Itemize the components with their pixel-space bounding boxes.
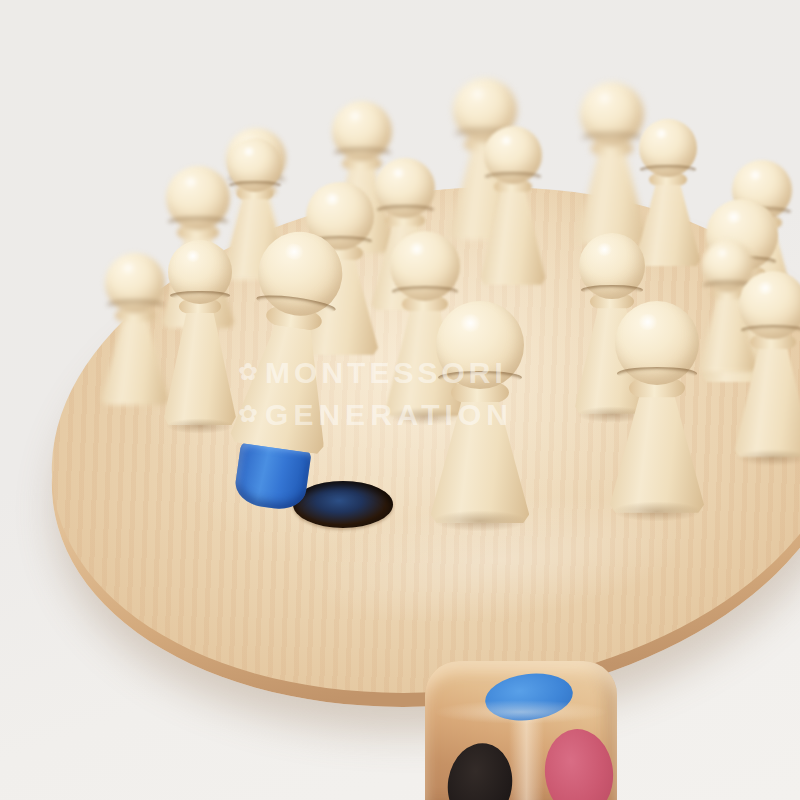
watermark-line2: GENERATION <box>265 398 513 432</box>
watermark-line1: MONTESSORI <box>265 356 507 390</box>
peg-piece[interactable] <box>101 253 170 405</box>
die-face-black-dot <box>442 738 518 800</box>
peg-piece[interactable] <box>734 271 800 457</box>
peg-body <box>164 313 236 425</box>
peg-piece[interactable] <box>480 126 547 285</box>
peg-groove <box>582 133 643 143</box>
peg-groove <box>170 291 231 301</box>
peg-groove <box>392 286 459 297</box>
peg-groove <box>107 300 164 309</box>
peg-groove <box>334 148 391 157</box>
watermark-row-2: ✿ GENERATION <box>238 394 513 436</box>
peg-body <box>735 349 800 458</box>
flower-logo-icon: ✿ <box>238 360 258 384</box>
peg-piece[interactable] <box>609 301 706 513</box>
peg-groove <box>485 172 540 181</box>
flower-logo-icon: ✿ <box>238 402 258 426</box>
peg-contact-shadow <box>165 418 236 434</box>
watermark: ✿ MONTESSORI ✿ GENERATION <box>238 352 513 436</box>
die-face-red-dot <box>541 726 617 800</box>
peg-body <box>101 321 168 405</box>
peg-groove <box>741 325 800 335</box>
peg-body <box>481 192 546 285</box>
product-photo-scene: ✿ MONTESSORI ✿ GENERATION <box>0 0 800 800</box>
peg-groove <box>581 285 644 295</box>
die-face-blue-dot <box>483 669 576 725</box>
peg-piece[interactable] <box>163 240 237 425</box>
color-die[interactable] <box>425 661 617 800</box>
peg-groove <box>617 367 697 380</box>
peg-groove <box>640 165 695 174</box>
watermark-row-1: ✿ MONTESSORI <box>238 352 513 394</box>
peg-groove <box>229 181 280 189</box>
peg-contact-shadow <box>431 510 528 532</box>
peg-groove <box>377 205 434 214</box>
peg-groove <box>168 217 229 227</box>
peg-contact-shadow <box>611 501 704 522</box>
peg-body <box>610 397 704 513</box>
